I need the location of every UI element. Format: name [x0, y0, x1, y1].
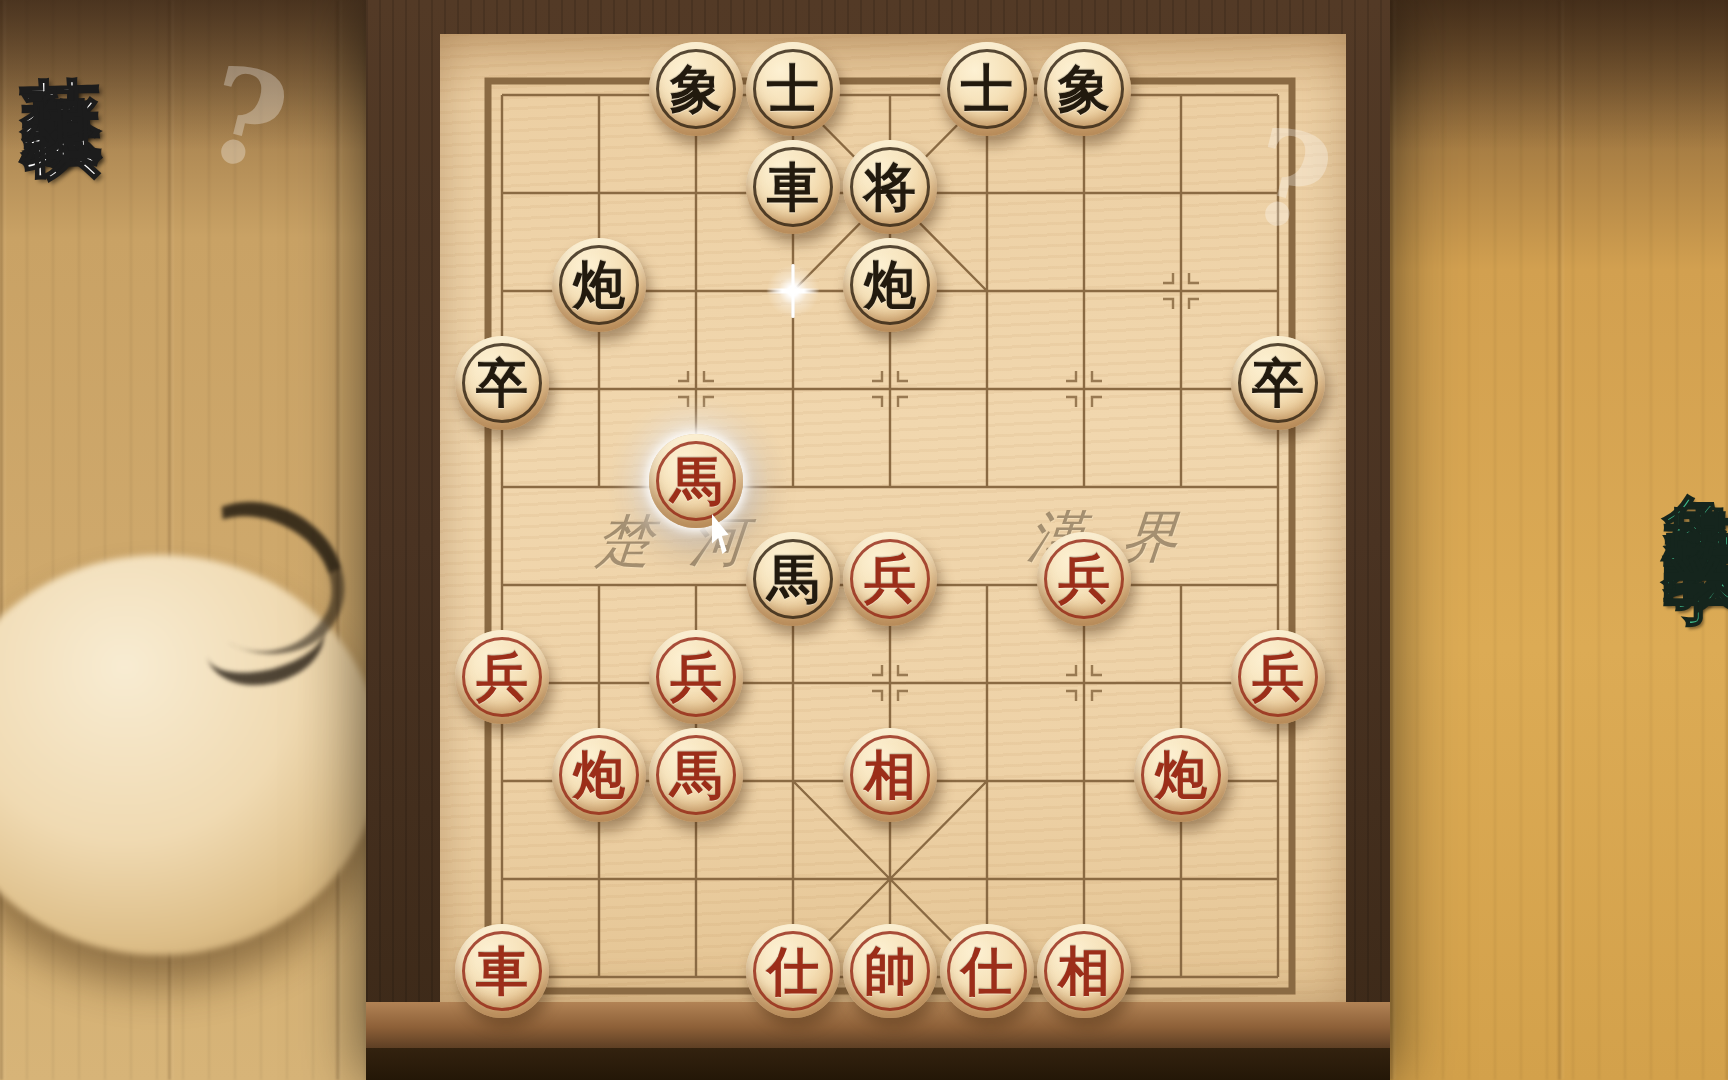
piece-red-soldier[interactable]: 兵 [455, 630, 549, 724]
piece-red-horse[interactable]: 馬 [649, 434, 743, 528]
piece-black-advisor[interactable]: 士 [746, 42, 840, 136]
red-chariot-glyph: 車 [476, 945, 528, 997]
red-soldier-glyph: 兵 [476, 651, 528, 703]
piece-red-elephant[interactable]: 相 [843, 728, 937, 822]
black-soldier-glyph: 卒 [1252, 357, 1304, 409]
black-soldier-glyph: 卒 [476, 357, 528, 409]
red-horse-glyph: 馬 [670, 455, 722, 507]
piece-black-elephant[interactable]: 象 [1037, 42, 1131, 136]
piece-red-cannon[interactable]: 炮 [1134, 728, 1228, 822]
red-elephant-glyph: 相 [1058, 945, 1110, 997]
piece-black-soldier[interactable]: 卒 [455, 336, 549, 430]
background-photo-right [1390, 0, 1728, 1080]
piece-red-soldier[interactable]: 兵 [1231, 630, 1325, 724]
black-horse-glyph: 馬 [767, 553, 819, 605]
black-advisor-glyph: 士 [767, 63, 819, 115]
piece-red-soldier[interactable]: 兵 [649, 630, 743, 724]
black-chariot-glyph: 車 [767, 161, 819, 213]
red-advisor-glyph: 仕 [961, 945, 1013, 997]
piece-black-elephant[interactable]: 象 [649, 42, 743, 136]
board-front-shadow [366, 1048, 1390, 1080]
red-soldier-glyph: 兵 [670, 651, 722, 703]
background-photo-left [0, 0, 366, 1080]
piece-black-cannon[interactable]: 炮 [552, 238, 646, 332]
piece-red-horse[interactable]: 馬 [649, 728, 743, 822]
red-cannon-glyph: 炮 [1155, 749, 1207, 801]
piece-red-advisor[interactable]: 仕 [940, 924, 1034, 1018]
piece-red-king[interactable]: 帥 [843, 924, 937, 1018]
red-horse-glyph: 馬 [670, 749, 722, 801]
black-cannon-glyph: 炮 [864, 259, 916, 311]
black-elephant-glyph: 象 [1058, 63, 1110, 115]
red-soldier-glyph: 兵 [1058, 553, 1110, 605]
piece-red-advisor[interactable]: 仕 [746, 924, 840, 1018]
black-cannon-glyph: 炮 [573, 259, 625, 311]
red-soldier-glyph: 兵 [1252, 651, 1304, 703]
piece-black-cannon[interactable]: 炮 [843, 238, 937, 332]
red-soldier-glyph: 兵 [864, 553, 916, 605]
red-advisor-glyph: 仕 [767, 945, 819, 997]
piece-black-horse[interactable]: 馬 [746, 532, 840, 626]
piece-red-chariot[interactable]: 車 [455, 924, 549, 1018]
xiangqi-app-screen: 楚河 漢界 象士士象車将炮炮卒卒馬馬兵兵兵兵兵炮馬相炮車仕帥仕相 莫愁象棋 象棋… [0, 0, 1728, 1080]
black-advisor-glyph: 士 [961, 63, 1013, 115]
piece-red-cannon[interactable]: 炮 [552, 728, 646, 822]
red-king-glyph: 帥 [864, 945, 916, 997]
black-general-glyph: 将 [864, 161, 916, 213]
piece-black-advisor[interactable]: 士 [940, 42, 1034, 136]
right-series-title: 象棋实战教学 [1652, 436, 1728, 508]
piece-red-soldier[interactable]: 兵 [1037, 532, 1131, 626]
red-cannon-glyph: 炮 [573, 749, 625, 801]
piece-black-chariot[interactable]: 車 [746, 140, 840, 234]
wood-planks [1390, 0, 1728, 1080]
left-channel-title: 莫愁象棋 [6, 11, 115, 46]
piece-black-soldier[interactable]: 卒 [1231, 336, 1325, 430]
piece-red-elephant[interactable]: 相 [1037, 924, 1131, 1018]
black-elephant-glyph: 象 [670, 63, 722, 115]
piece-black-general[interactable]: 将 [843, 140, 937, 234]
background-shade [1390, 0, 1728, 150]
red-elephant-glyph: 相 [864, 749, 916, 801]
piece-red-soldier[interactable]: 兵 [843, 532, 937, 626]
